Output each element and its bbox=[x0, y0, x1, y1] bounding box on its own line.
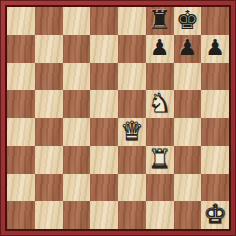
square-h8[interactable] bbox=[201, 7, 229, 35]
square-f3[interactable]: ♜ bbox=[146, 146, 174, 174]
square-b6[interactable] bbox=[35, 63, 63, 91]
square-a6[interactable] bbox=[7, 63, 35, 91]
square-c2[interactable] bbox=[63, 174, 91, 202]
square-h3[interactable] bbox=[201, 146, 229, 174]
black-pawn[interactable]: ♟ bbox=[178, 37, 198, 59]
square-a3[interactable] bbox=[7, 146, 35, 174]
square-e6[interactable] bbox=[118, 63, 146, 91]
square-c4[interactable] bbox=[63, 118, 91, 146]
square-e2[interactable] bbox=[118, 174, 146, 202]
square-d7[interactable] bbox=[90, 35, 118, 63]
square-f4[interactable] bbox=[146, 118, 174, 146]
square-e8[interactable] bbox=[118, 7, 146, 35]
square-c5[interactable] bbox=[63, 90, 91, 118]
square-c3[interactable] bbox=[63, 146, 91, 174]
square-a1[interactable] bbox=[7, 201, 35, 229]
square-a2[interactable] bbox=[7, 174, 35, 202]
square-h7[interactable]: ♟ bbox=[201, 35, 229, 63]
black-pawn[interactable]: ♟ bbox=[150, 37, 170, 59]
square-g8[interactable]: ♚ bbox=[174, 7, 202, 35]
square-b1[interactable] bbox=[35, 201, 63, 229]
square-f7[interactable]: ♟ bbox=[146, 35, 174, 63]
black-pawn[interactable]: ♟ bbox=[205, 37, 225, 59]
square-g4[interactable] bbox=[174, 118, 202, 146]
square-g1[interactable] bbox=[174, 201, 202, 229]
square-d1[interactable] bbox=[90, 201, 118, 229]
square-e4[interactable]: ♛ bbox=[118, 118, 146, 146]
white-rook[interactable]: ♜ bbox=[148, 146, 171, 172]
square-a7[interactable] bbox=[7, 35, 35, 63]
square-e1[interactable] bbox=[118, 201, 146, 229]
square-g5[interactable] bbox=[174, 90, 202, 118]
square-g7[interactable]: ♟ bbox=[174, 35, 202, 63]
square-c6[interactable] bbox=[63, 63, 91, 91]
square-e5[interactable] bbox=[118, 90, 146, 118]
square-f6[interactable] bbox=[146, 63, 174, 91]
square-b2[interactable] bbox=[35, 174, 63, 202]
square-a8[interactable] bbox=[7, 7, 35, 35]
square-d2[interactable] bbox=[90, 174, 118, 202]
square-e7[interactable] bbox=[118, 35, 146, 63]
square-h4[interactable] bbox=[201, 118, 229, 146]
square-b8[interactable] bbox=[35, 7, 63, 35]
square-a4[interactable] bbox=[7, 118, 35, 146]
square-b4[interactable] bbox=[35, 118, 63, 146]
square-d6[interactable] bbox=[90, 63, 118, 91]
square-b3[interactable] bbox=[35, 146, 63, 174]
white-queen[interactable]: ♛ bbox=[120, 118, 143, 144]
chess-board: ♜♚♟♟♟♞♛♜♚ bbox=[5, 5, 231, 231]
square-a5[interactable] bbox=[7, 90, 35, 118]
board-frame: ♜♚♟♟♟♞♛♜♚ bbox=[0, 0, 236, 236]
black-rook[interactable]: ♜ bbox=[148, 7, 171, 33]
square-c1[interactable] bbox=[63, 201, 91, 229]
square-f2[interactable] bbox=[146, 174, 174, 202]
square-f1[interactable] bbox=[146, 201, 174, 229]
square-c8[interactable] bbox=[63, 7, 91, 35]
square-h6[interactable] bbox=[201, 63, 229, 91]
white-king[interactable]: ♚ bbox=[203, 201, 226, 227]
square-f5[interactable]: ♞ bbox=[146, 90, 174, 118]
square-g3[interactable] bbox=[174, 146, 202, 174]
black-king[interactable]: ♚ bbox=[176, 7, 199, 33]
square-b5[interactable] bbox=[35, 90, 63, 118]
square-d3[interactable] bbox=[90, 146, 118, 174]
square-g6[interactable] bbox=[174, 63, 202, 91]
square-b7[interactable] bbox=[35, 35, 63, 63]
square-g2[interactable] bbox=[174, 174, 202, 202]
square-d8[interactable] bbox=[90, 7, 118, 35]
square-d4[interactable] bbox=[90, 118, 118, 146]
white-knight[interactable]: ♞ bbox=[148, 90, 171, 116]
square-d5[interactable] bbox=[90, 90, 118, 118]
square-f8[interactable]: ♜ bbox=[146, 7, 174, 35]
square-c7[interactable] bbox=[63, 35, 91, 63]
square-h2[interactable] bbox=[201, 174, 229, 202]
square-h1[interactable]: ♚ bbox=[201, 201, 229, 229]
square-e3[interactable] bbox=[118, 146, 146, 174]
square-h5[interactable] bbox=[201, 90, 229, 118]
